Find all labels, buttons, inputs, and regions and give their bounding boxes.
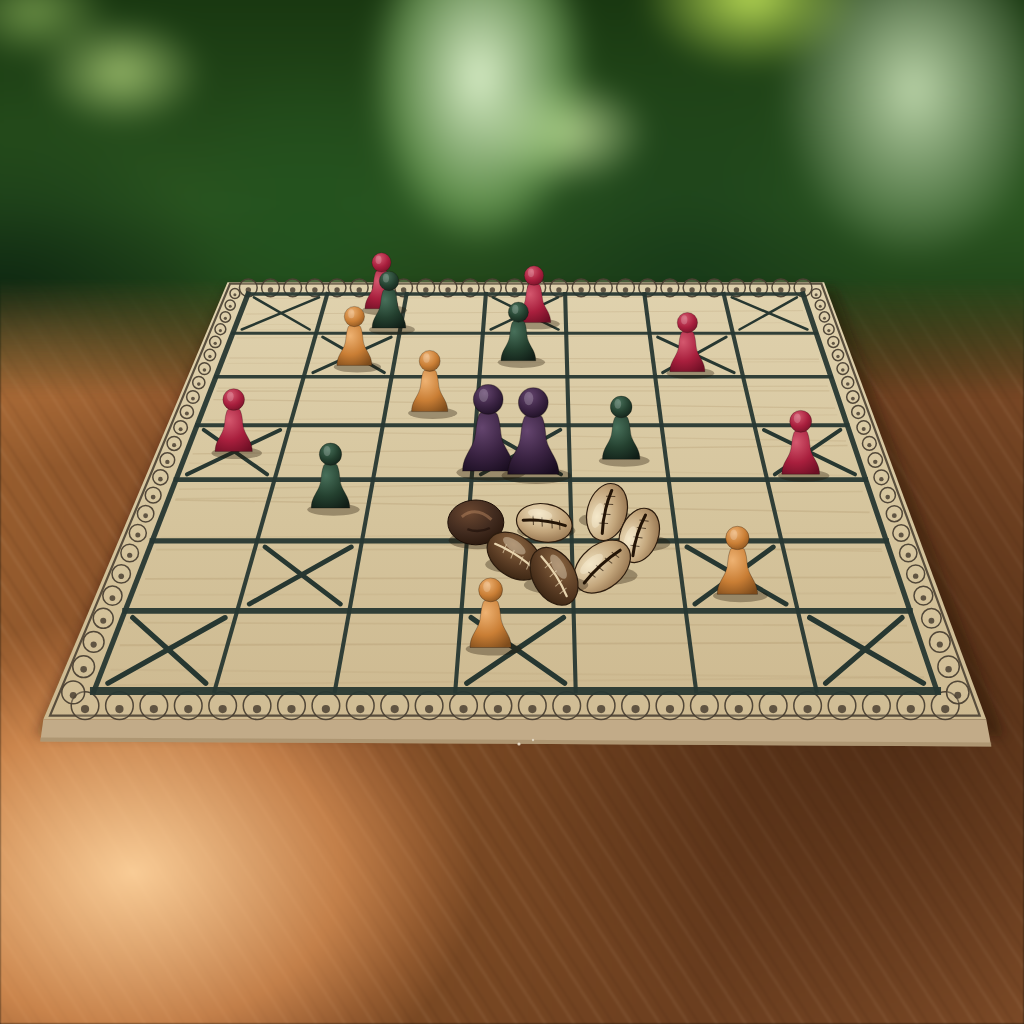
photo-scene <box>0 0 1024 1024</box>
game-board[interactable] <box>0 0 1024 1024</box>
